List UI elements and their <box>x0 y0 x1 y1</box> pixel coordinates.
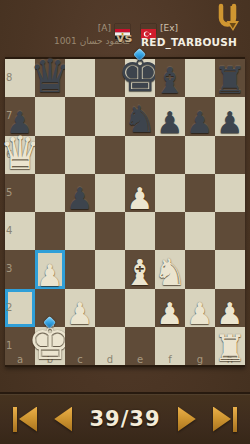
square-c4[interactable] <box>65 212 95 250</box>
last-bar-icon <box>233 407 237 432</box>
square-g2[interactable]: ♟ <box>185 289 215 327</box>
square-d6[interactable] <box>95 136 125 174</box>
square-g5[interactable] <box>185 174 215 212</box>
square-b5[interactable] <box>35 174 65 212</box>
square-a6[interactable]: 6♛ <box>5 136 35 174</box>
rank-label-3: 3 <box>6 264 12 274</box>
square-c7[interactable] <box>65 97 95 135</box>
piece-white-pawn-e5[interactable]: ♟ <box>127 184 154 214</box>
square-e7[interactable]: ♞ <box>125 97 155 135</box>
next-triangle-icon <box>178 407 196 432</box>
square-b6[interactable] <box>35 136 65 174</box>
player-left-tag: [A] <box>98 23 111 34</box>
square-f6[interactable] <box>155 136 185 174</box>
square-d3[interactable] <box>95 250 125 288</box>
turkey-flag-icon <box>141 24 156 34</box>
first-bar-icon <box>13 407 17 432</box>
square-d5[interactable] <box>95 174 125 212</box>
rank-label-5: 5 <box>6 188 12 198</box>
square-e1[interactable]: e <box>125 327 155 365</box>
square-f8[interactable]: ♝ <box>155 59 185 97</box>
square-b1[interactable]: b♚ <box>35 327 65 365</box>
square-f4[interactable] <box>155 212 185 250</box>
file-label-f: f <box>168 355 172 365</box>
go-next-button[interactable] <box>178 407 196 432</box>
square-g3[interactable] <box>185 250 215 288</box>
first-triangle-icon <box>19 407 37 432</box>
square-g4[interactable] <box>185 212 215 250</box>
square-h2[interactable]: ♟ <box>215 289 245 327</box>
file-label-d: d <box>107 355 113 365</box>
file-label-e: e <box>137 355 143 365</box>
square-b4[interactable] <box>35 212 65 250</box>
square-e8[interactable]: ♚ <box>125 59 155 97</box>
file-label-c: c <box>77 355 83 365</box>
move-navigation-bar: 39/39 <box>0 392 250 444</box>
square-c3[interactable] <box>65 250 95 288</box>
move-counter: 39/39 <box>89 407 160 431</box>
piece-white-pawn-h2[interactable]: ♟ <box>217 299 244 329</box>
square-b8[interactable]: ♛ <box>35 59 65 97</box>
square-a4[interactable]: 4 <box>5 212 35 250</box>
piece-black-pawn-g7[interactable]: ♟ <box>187 108 214 138</box>
king-marker-gem-icon <box>134 48 147 61</box>
square-h7[interactable]: ♟ <box>215 97 245 135</box>
square-a5[interactable]: 5 <box>5 174 35 212</box>
piece-black-pawn-f7[interactable]: ♟ <box>157 108 184 138</box>
square-g8[interactable] <box>185 59 215 97</box>
chess-board: 8♛♚♝♜7♟♞♟♟♟6♛5♟♟43♟♝♞2♟♟♟♟1ab♚cdefgh♜ <box>5 57 245 367</box>
piece-white-pawn-f2[interactable]: ♟ <box>157 299 184 329</box>
rank-label-2: 2 <box>6 303 12 313</box>
file-label-g: g <box>197 355 203 365</box>
square-e5[interactable]: ♟ <box>125 174 155 212</box>
square-c8[interactable] <box>65 59 95 97</box>
square-f2[interactable]: ♟ <box>155 289 185 327</box>
go-previous-button[interactable] <box>54 407 72 432</box>
square-e6[interactable] <box>125 136 155 174</box>
file-label-a: a <box>17 355 23 365</box>
square-d2[interactable] <box>95 289 125 327</box>
square-h4[interactable] <box>215 212 245 250</box>
square-f1[interactable]: f <box>155 327 185 365</box>
go-last-button[interactable] <box>213 407 237 432</box>
rank-label-8: 8 <box>6 73 12 83</box>
player-left-rating: 1001 <box>54 36 77 46</box>
piece-white-bishop-e3[interactable]: ♝ <box>124 255 156 291</box>
rank-label-1: 1 <box>6 341 12 351</box>
vs-label: vs <box>116 30 132 45</box>
square-a3[interactable]: 3 <box>5 250 35 288</box>
last-triangle-icon <box>213 407 231 432</box>
square-e2[interactable] <box>125 289 155 327</box>
square-h1[interactable]: h♜ <box>215 327 245 365</box>
player-right-tag: [Ex] <box>160 23 178 34</box>
square-f3[interactable]: ♞ <box>155 250 185 288</box>
square-c6[interactable] <box>65 136 95 174</box>
square-f5[interactable] <box>155 174 185 212</box>
square-f7[interactable]: ♟ <box>155 97 185 135</box>
square-d1[interactable]: d <box>95 327 125 365</box>
piece-black-knight-e7[interactable]: ♞ <box>123 101 156 138</box>
rank-label-4: 4 <box>6 226 12 236</box>
go-first-button[interactable] <box>13 407 37 432</box>
piece-white-knight-f3[interactable]: ♞ <box>153 254 186 291</box>
previous-triangle-icon <box>54 407 72 432</box>
square-c5[interactable]: ♟ <box>65 174 95 212</box>
piece-white-rook-h1[interactable]: ♜ <box>213 330 246 367</box>
square-d7[interactable] <box>95 97 125 135</box>
square-h3[interactable] <box>215 250 245 288</box>
square-g6[interactable] <box>185 136 215 174</box>
piece-white-pawn-b3[interactable]: ♟ <box>37 261 64 291</box>
square-h6[interactable] <box>215 136 245 174</box>
square-e4[interactable] <box>125 212 155 250</box>
square-c1[interactable]: c <box>65 327 95 365</box>
piece-black-pawn-c5[interactable]: ♟ <box>67 184 94 214</box>
square-h5[interactable] <box>215 174 245 212</box>
app-logo-icon[interactable] <box>213 3 243 35</box>
square-e3[interactable]: ♝ <box>125 250 155 288</box>
square-b3[interactable]: ♟ <box>35 250 65 288</box>
square-h8[interactable]: ♜ <box>215 59 245 97</box>
piece-white-pawn-g2[interactable]: ♟ <box>187 299 214 329</box>
square-g7[interactable]: ♟ <box>185 97 215 135</box>
piece-black-bishop-f8[interactable]: ♝ <box>154 63 186 99</box>
square-g1[interactable]: g <box>185 327 215 365</box>
piece-black-pawn-h7[interactable]: ♟ <box>217 108 244 138</box>
app-background: [A] 1001 محمود حسان vs <box>0 0 250 444</box>
square-d4[interactable] <box>95 212 125 250</box>
king-marker-gem-icon <box>44 316 57 329</box>
piece-black-rook-h8[interactable]: ♜ <box>213 62 246 99</box>
